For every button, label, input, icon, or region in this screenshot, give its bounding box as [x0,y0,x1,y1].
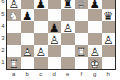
white-rook-fill: ♜ [75,46,89,57]
square-g4[interactable] [88,21,102,33]
black-pawn: ♟ [34,0,48,9]
square-f5[interactable] [75,9,89,21]
square-e5[interactable] [61,9,75,21]
white-pawn-fill: ♟ [61,22,75,33]
square-c3[interactable] [34,33,48,45]
square-d2[interactable] [48,45,62,57]
square-h6[interactable] [102,0,116,9]
square-h3[interactable]: ♟♙ [102,33,116,45]
white-pawn: ♙ [88,46,102,57]
square-c6[interactable]: ♟ [34,0,48,9]
square-h4[interactable] [102,21,116,33]
square-d6[interactable] [48,0,62,9]
square-a6[interactable]: ♟♙ [7,0,21,9]
square-b3[interactable] [21,33,35,45]
file-label-f: f [75,70,89,79]
white-pawn-fill: ♟ [48,34,62,45]
black-pawn: ♟ [21,10,35,21]
file-label-b: b [21,70,35,79]
white-pawn-fill: ♟ [7,0,21,9]
square-b2[interactable]: ♟♙ [21,45,35,57]
square-c5[interactable] [34,9,48,21]
black-queen: ♛ [102,10,116,21]
black-pawn: ♟ [88,0,102,9]
square-a2[interactable] [7,45,21,57]
square-d1[interactable] [48,57,62,69]
square-d5[interactable] [48,9,62,21]
white-rook: ♖ [7,58,21,69]
square-g5[interactable] [88,9,102,21]
square-e4[interactable]: ♟♙ [61,21,75,33]
square-g6[interactable]: ♟ [88,0,102,9]
square-a5[interactable]: ♞♘ [7,9,21,21]
square-b1[interactable] [21,57,35,69]
white-knight-fill: ♞ [7,10,21,21]
square-e1[interactable] [61,57,75,69]
file-label-e: e [61,70,75,79]
square-a1[interactable]: ♜♖ [7,57,21,69]
square-f6[interactable]: ♛♕ [75,0,89,9]
white-queen: ♕ [75,0,89,9]
square-b4[interactable] [21,21,35,33]
square-g3[interactable] [88,33,102,45]
white-rook-fill: ♜ [7,58,21,69]
board-frame: ♟♙♟♜♛♕♟♞♘♟♛♟♟♙♟♙♟♙♟♙♟♙♜♖♟♙♜♖♚♔ [6,0,116,70]
square-a4[interactable] [7,21,21,33]
square-d4[interactable]: ♟ [48,21,62,33]
chess-board: ♟♙♟♜♛♕♟♞♘♟♛♟♟♙♟♙♟♙♟♙♟♙♜♖♟♙♜♖♚♔ [7,0,115,69]
white-rook: ♖ [75,46,89,57]
white-pawn: ♙ [34,46,48,57]
file-label-c: c [34,70,48,79]
square-e3[interactable] [61,33,75,45]
white-king-fill: ♚ [88,58,102,69]
file-label-d: d [48,70,62,79]
square-c1[interactable] [34,57,48,69]
white-knight: ♘ [7,10,21,21]
file-labels: abcdefgh [7,70,115,79]
square-f4[interactable] [75,21,89,33]
white-king: ♔ [88,58,102,69]
square-h5[interactable]: ♛ [102,9,116,21]
file-label-h: h [102,70,116,79]
white-pawn: ♙ [7,0,21,9]
white-pawn: ♙ [21,46,35,57]
square-f3[interactable] [75,33,89,45]
file-label-a: a [7,70,21,79]
white-pawn: ♙ [61,22,75,33]
black-pawn: ♟ [48,22,62,33]
square-d3[interactable]: ♟♙ [48,33,62,45]
white-pawn-fill: ♟ [102,34,116,45]
square-h1[interactable] [102,57,116,69]
square-b6[interactable] [21,0,35,9]
white-pawn: ♙ [102,34,116,45]
square-a3[interactable] [7,33,21,45]
white-queen-fill: ♛ [75,0,89,9]
square-b5[interactable]: ♟ [21,9,35,21]
black-rook: ♜ [61,0,75,9]
square-g2[interactable]: ♟♙ [88,45,102,57]
file-label-g: g [88,70,102,79]
square-c4[interactable] [34,21,48,33]
chess-diagram: 654321 ♟♙♟♜♛♕♟♞♘♟♛♟♟♙♟♙♟♙♟♙♟♙♜♖♟♙♜♖♚♔ ab… [0,0,120,80]
white-pawn-fill: ♟ [21,46,35,57]
square-f2[interactable]: ♜♖ [75,45,89,57]
square-f1[interactable] [75,57,89,69]
white-pawn-fill: ♟ [88,46,102,57]
white-pawn-fill: ♟ [34,46,48,57]
white-pawn: ♙ [48,34,62,45]
square-h2[interactable] [102,45,116,57]
square-e6[interactable]: ♜ [61,0,75,9]
square-e2[interactable] [61,45,75,57]
square-c2[interactable]: ♟♙ [34,45,48,57]
square-g1[interactable]: ♚♔ [88,57,102,69]
